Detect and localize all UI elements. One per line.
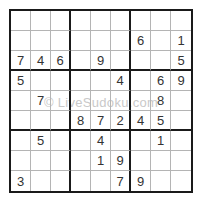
sudoku-cell-r4c6[interactable]: 4 bbox=[111, 71, 131, 91]
sudoku-cell-r7c9[interactable] bbox=[171, 131, 191, 151]
sudoku-cell-r1c8[interactable] bbox=[151, 11, 171, 31]
sudoku-cell-r6c3[interactable] bbox=[51, 111, 71, 131]
sudoku-cell-r2c9[interactable]: 1 bbox=[171, 31, 191, 51]
sudoku-cell-r7c7[interactable] bbox=[131, 131, 151, 151]
sudoku-cell-r3c1[interactable]: 7 bbox=[11, 51, 31, 71]
sudoku-cell-r8c6[interactable]: 9 bbox=[111, 151, 131, 171]
sudoku-cell-r1c5[interactable] bbox=[91, 11, 111, 31]
sudoku-cell-r7c3[interactable] bbox=[51, 131, 71, 151]
sudoku-cell-r6c9[interactable] bbox=[171, 111, 191, 131]
sudoku-cell-r4c1[interactable]: 5 bbox=[11, 71, 31, 91]
sudoku-cell-r9c9[interactable] bbox=[171, 171, 191, 191]
sudoku-cell-r1c1[interactable] bbox=[11, 11, 31, 31]
sudoku-cell-r3c6[interactable] bbox=[111, 51, 131, 71]
sudoku-cell-r2c3[interactable] bbox=[51, 31, 71, 51]
sudoku-cell-r3c7[interactable] bbox=[131, 51, 151, 71]
sudoku-cell-r5c3[interactable] bbox=[51, 91, 71, 111]
sudoku-cell-r7c5[interactable]: 4 bbox=[91, 131, 111, 151]
sudoku-cell-r6c1[interactable] bbox=[11, 111, 31, 131]
sudoku-cell-r6c8[interactable]: 5 bbox=[151, 111, 171, 131]
sudoku-cell-r1c7[interactable] bbox=[131, 11, 151, 31]
sudoku-cell-r4c4[interactable] bbox=[71, 71, 91, 91]
sudoku-cell-r7c1[interactable] bbox=[11, 131, 31, 151]
sudoku-cell-r1c6[interactable] bbox=[111, 11, 131, 31]
sudoku-cell-r2c5[interactable] bbox=[91, 31, 111, 51]
sudoku-cell-r2c4[interactable] bbox=[71, 31, 91, 51]
sudoku-cell-r5c2[interactable]: 7 bbox=[31, 91, 51, 111]
sudoku-cell-r8c9[interactable] bbox=[171, 151, 191, 171]
sudoku-cell-r8c5[interactable]: 1 bbox=[91, 151, 111, 171]
sudoku-cell-r4c9[interactable]: 9 bbox=[171, 71, 191, 91]
sudoku-cell-r8c4[interactable] bbox=[71, 151, 91, 171]
sudoku-cell-r6c2[interactable] bbox=[31, 111, 51, 131]
sudoku-cell-r4c7[interactable] bbox=[131, 71, 151, 91]
sudoku-cell-r3c3[interactable]: 6 bbox=[51, 51, 71, 71]
sudoku-cell-r1c4[interactable] bbox=[71, 11, 91, 31]
sudoku-cell-r7c2[interactable]: 5 bbox=[31, 131, 51, 151]
sudoku-cell-r6c5[interactable]: 7 bbox=[91, 111, 111, 131]
sudoku-page: © LiveSudoku.com 61746955469788724554119… bbox=[0, 0, 200, 200]
sudoku-cell-r9c1[interactable]: 3 bbox=[11, 171, 31, 191]
sudoku-cell-r7c8[interactable]: 1 bbox=[151, 131, 171, 151]
sudoku-cell-r6c7[interactable]: 4 bbox=[131, 111, 151, 131]
sudoku-cell-r9c7[interactable]: 9 bbox=[131, 171, 151, 191]
sudoku-cell-r8c2[interactable] bbox=[31, 151, 51, 171]
sudoku-cell-r9c2[interactable] bbox=[31, 171, 51, 191]
sudoku-cell-r6c4[interactable]: 8 bbox=[71, 111, 91, 131]
sudoku-cell-r8c7[interactable] bbox=[131, 151, 151, 171]
sudoku-cell-r3c4[interactable] bbox=[71, 51, 91, 71]
sudoku-cell-r7c6[interactable] bbox=[111, 131, 131, 151]
sudoku-cell-r3c9[interactable]: 5 bbox=[171, 51, 191, 71]
sudoku-cell-r9c8[interactable] bbox=[151, 171, 171, 191]
sudoku-board: 61746955469788724554119379 bbox=[9, 9, 193, 193]
sudoku-cell-r9c5[interactable] bbox=[91, 171, 111, 191]
sudoku-cell-r4c3[interactable] bbox=[51, 71, 71, 91]
sudoku-cell-r1c3[interactable] bbox=[51, 11, 71, 31]
sudoku-cell-r2c1[interactable] bbox=[11, 31, 31, 51]
sudoku-cell-r3c5[interactable]: 9 bbox=[91, 51, 111, 71]
sudoku-cell-r4c8[interactable]: 6 bbox=[151, 71, 171, 91]
sudoku-cell-r4c2[interactable] bbox=[31, 71, 51, 91]
sudoku-cell-r9c3[interactable] bbox=[51, 171, 71, 191]
sudoku-cell-r5c7[interactable] bbox=[131, 91, 151, 111]
sudoku-cell-r5c5[interactable] bbox=[91, 91, 111, 111]
sudoku-cell-r2c2[interactable] bbox=[31, 31, 51, 51]
sudoku-cell-r5c6[interactable] bbox=[111, 91, 131, 111]
sudoku-cell-r5c9[interactable] bbox=[171, 91, 191, 111]
sudoku-cell-r3c2[interactable]: 4 bbox=[31, 51, 51, 71]
sudoku-cell-r2c8[interactable] bbox=[151, 31, 171, 51]
sudoku-cell-r9c4[interactable] bbox=[71, 171, 91, 191]
sudoku-cell-r9c6[interactable]: 7 bbox=[111, 171, 131, 191]
sudoku-cell-r5c4[interactable] bbox=[71, 91, 91, 111]
sudoku-cell-r3c8[interactable] bbox=[151, 51, 171, 71]
sudoku-cell-r8c3[interactable] bbox=[51, 151, 71, 171]
sudoku-cell-r5c1[interactable] bbox=[11, 91, 31, 111]
sudoku-cell-r1c9[interactable] bbox=[171, 11, 191, 31]
sudoku-cell-r2c6[interactable] bbox=[111, 31, 131, 51]
sudoku-cell-r1c2[interactable] bbox=[31, 11, 51, 31]
sudoku-cell-r2c7[interactable]: 6 bbox=[131, 31, 151, 51]
sudoku-cell-r8c1[interactable] bbox=[11, 151, 31, 171]
sudoku-cell-r5c8[interactable]: 8 bbox=[151, 91, 171, 111]
sudoku-cell-r7c4[interactable] bbox=[71, 131, 91, 151]
sudoku-cell-r6c6[interactable]: 2 bbox=[111, 111, 131, 131]
sudoku-cell-r8c8[interactable] bbox=[151, 151, 171, 171]
sudoku-cell-r4c5[interactable] bbox=[91, 71, 111, 91]
